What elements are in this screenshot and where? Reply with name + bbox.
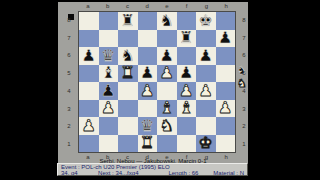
black-bishop-b5: ♝: [101, 65, 115, 81]
chess-board: ♜♞♚♜♟♟♛♞♟♟♝♜♟♟♟♟♟♟♟♟♝♝♟♟♛♞♜♚: [78, 11, 236, 153]
square-c1: [118, 135, 138, 153]
file-label-top-g: g: [197, 3, 217, 9]
black-pawn-e6: ♟: [160, 48, 174, 64]
square-e4: [157, 82, 177, 100]
rank-label-right-3: 3: [237, 106, 251, 112]
white-pawn-g4: ♟: [199, 83, 213, 99]
square-d2: ♛: [138, 117, 158, 135]
game-length: Length : 66: [168, 170, 213, 176]
square-f2: [177, 117, 197, 135]
square-f6: [177, 47, 197, 65]
square-a3: [79, 100, 99, 118]
square-c3: [118, 100, 138, 118]
square-f5: ♟: [177, 65, 197, 83]
white-pawn-a2: ♟: [82, 118, 96, 134]
square-c7: [118, 30, 138, 48]
rank-label-left-7: 7: [62, 35, 76, 41]
white-bishop-e3: ♝: [160, 100, 174, 116]
square-f7: ♜: [177, 30, 197, 48]
rank-label-left-6: 6: [62, 52, 76, 58]
white-pawn-d4: ♟: [140, 83, 154, 99]
square-d8: [138, 12, 158, 30]
square-b4: ♟: [99, 82, 119, 100]
square-a2: ♟: [79, 117, 99, 135]
last-move: 34. g4: [61, 170, 98, 176]
rank-label-left-1: 1: [62, 141, 76, 147]
square-h6: [216, 47, 236, 65]
black-pawn-h7: ♟: [218, 30, 232, 46]
square-d4: ♟: [138, 82, 158, 100]
black-pawn-g6: ♟: [199, 48, 213, 64]
black-queen-b6: ♛: [101, 48, 115, 64]
file-label-bottom-b: b: [98, 154, 118, 160]
square-a8: [79, 12, 99, 30]
black-rook-c8: ♜: [121, 13, 135, 29]
rank-label-right-5: 5: [237, 70, 251, 76]
white-rook-d1: ♜: [140, 135, 154, 151]
square-b1: [99, 135, 119, 153]
square-g4: ♟: [196, 82, 216, 100]
square-a4: [79, 82, 99, 100]
square-g5: [196, 65, 216, 83]
file-label-bottom-g: g: [197, 154, 217, 160]
black-pawn-f5: ♟: [179, 65, 193, 81]
square-h2: [216, 117, 236, 135]
rank-label-right-1: 1: [237, 141, 251, 147]
square-c6: ♞: [118, 47, 138, 65]
square-c5: ♜: [118, 65, 138, 83]
video-frame: Serbi, Nebou — Jakubowski, Marcin 0-1 ♜♞…: [0, 0, 320, 180]
square-b2: [99, 117, 119, 135]
square-a1: [79, 135, 99, 153]
square-e3: ♝: [157, 100, 177, 118]
square-f3: ♝: [177, 100, 197, 118]
black-pawn-a6: ♟: [82, 48, 96, 64]
black-knight-e8: ♞: [160, 13, 174, 29]
square-h7: ♟: [216, 30, 236, 48]
square-b3: ♟: [99, 100, 119, 118]
move-info-line: 34. g4 Next : 34...fxg4 Length : 66 Mate…: [61, 170, 244, 176]
white-rook-c5: ♜: [121, 65, 135, 81]
square-a5: [79, 65, 99, 83]
square-g3: [196, 100, 216, 118]
square-a7: [79, 30, 99, 48]
square-b5: ♝: [99, 65, 119, 83]
square-c4: [118, 82, 138, 100]
square-h8: [216, 12, 236, 30]
square-h4: [216, 82, 236, 100]
file-label-top-a: a: [78, 3, 98, 9]
square-e1: [157, 135, 177, 153]
square-f8: [177, 12, 197, 30]
black-pawn-b4: ♟: [101, 83, 115, 99]
file-label-top-b: b: [98, 3, 118, 9]
black-knight-c6: ♞: [121, 48, 135, 64]
file-label-top-c: c: [118, 3, 138, 9]
game-info-box: Event : POL-ch U20 Premier (1995) ELO 34…: [57, 163, 248, 176]
square-g7: [196, 30, 216, 48]
black-queen-d2: ♛: [140, 118, 154, 134]
square-e2: ♞: [157, 117, 177, 135]
file-label-top-d: d: [137, 3, 157, 9]
white-bishop-f3: ♝: [179, 100, 193, 116]
file-label-bottom-d: d: [137, 154, 157, 160]
file-label-top-f: f: [177, 3, 197, 9]
square-e8: ♞: [157, 12, 177, 30]
file-label-top-h: h: [216, 3, 236, 9]
square-h1: [216, 135, 236, 153]
square-e7: [157, 30, 177, 48]
file-label-bottom-c: c: [118, 154, 138, 160]
file-label-bottom-e: e: [157, 154, 177, 160]
black-pawn-d5: ♟: [140, 65, 154, 81]
rank-label-right-2: 2: [237, 123, 251, 129]
square-d7: [138, 30, 158, 48]
white-king-g1: ♚: [199, 135, 213, 151]
square-e6: ♟: [157, 47, 177, 65]
black-king-g8: ♚: [199, 13, 213, 29]
square-c8: ♜: [118, 12, 138, 30]
file-label-top-e: e: [157, 3, 177, 9]
square-b8: [99, 12, 119, 30]
rank-label-left-5: 5: [62, 70, 76, 76]
square-h3: ♟: [216, 100, 236, 118]
file-label-bottom-h: h: [216, 154, 236, 160]
square-c2: [118, 117, 138, 135]
square-b7: [99, 30, 119, 48]
rank-label-right-8: 8: [237, 17, 251, 23]
rank-label-left-3: 3: [62, 106, 76, 112]
square-d1: ♜: [138, 135, 158, 153]
rank-label-left-2: 2: [62, 123, 76, 129]
rank-label-right-7: 7: [237, 35, 251, 41]
square-g8: ♚: [196, 12, 216, 30]
square-f4: ♟: [177, 82, 197, 100]
rank-label-left-8: 8: [62, 17, 76, 23]
material-balance: Material : N: [213, 170, 244, 176]
white-pawn-h3: ♟: [218, 100, 232, 116]
file-label-bottom-f: f: [177, 154, 197, 160]
rank-label-right-6: 6: [237, 52, 251, 58]
black-rook-f7: ♜: [179, 30, 193, 46]
square-d6: [138, 47, 158, 65]
white-knight-e2: ♞: [160, 118, 174, 134]
square-d3: [138, 100, 158, 118]
rank-label-right-4: 4: [237, 88, 251, 94]
square-f1: [177, 135, 197, 153]
square-g1: ♚: [196, 135, 216, 153]
square-h5: [216, 65, 236, 83]
square-g2: [196, 117, 216, 135]
white-pawn-e5: ♟: [160, 65, 174, 81]
file-label-bottom-a: a: [78, 154, 98, 160]
square-g6: ♟: [196, 47, 216, 65]
rank-label-left-4: 4: [62, 88, 76, 94]
white-pawn-f4: ♟: [179, 83, 193, 99]
square-b6: ♛: [99, 47, 119, 65]
square-e5: ♟: [157, 65, 177, 83]
square-d5: ♟: [138, 65, 158, 83]
white-pawn-b3: ♟: [101, 100, 115, 116]
square-a6: ♟: [79, 47, 99, 65]
next-move: Next : 34...fxg4: [98, 170, 168, 176]
